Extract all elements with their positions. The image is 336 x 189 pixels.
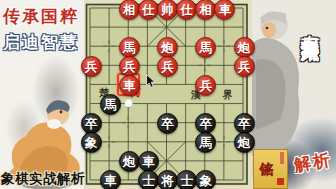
red-piece-車[interactable]: 車 (214, 0, 235, 20)
black-piece-士[interactable]: 士 (138, 170, 159, 189)
red-piece-仕[interactable]: 仕 (176, 0, 197, 20)
red-piece-馬[interactable]: 馬 (119, 37, 140, 58)
black-piece-卒[interactable]: 卒 (157, 113, 178, 134)
black-piece-炮[interactable]: 炮 (234, 132, 255, 153)
red-piece-炮[interactable]: 炮 (234, 37, 255, 58)
red-piece-馬[interactable]: 馬 (195, 37, 216, 58)
banner-seal-stamp (277, 178, 284, 185)
black-piece-象[interactable]: 象 (195, 170, 216, 189)
slogan-line2: 启迪智慧 (3, 31, 83, 54)
red-piece-相[interactable]: 相 (119, 0, 140, 20)
black-piece-車[interactable]: 車 (100, 170, 121, 189)
signature-banner: 侠铭 (253, 149, 288, 189)
video-thumbnail-stage: 楚 河 漢 界 相仕帅仕相車馬炮馬炮兵兵兵兵車兵馬卒卒卒卒象馬炮炮車車士将士象 … (0, 0, 336, 189)
mouse-cursor-icon (146, 74, 157, 89)
red-piece-相[interactable]: 相 (195, 0, 216, 20)
black-piece-象[interactable]: 象 (81, 132, 102, 153)
black-piece-炮[interactable]: 炮 (119, 151, 140, 172)
red-piece-炮[interactable]: 炮 (157, 37, 178, 58)
black-piece-将[interactable]: 将 (157, 170, 178, 189)
slogan-line1: 传承国粹 (3, 5, 83, 28)
red-piece-帅[interactable]: 帅 (157, 0, 178, 20)
red-piece-兵[interactable]: 兵 (81, 56, 102, 77)
black-piece-馬[interactable]: 馬 (100, 94, 121, 115)
red-piece-仕[interactable]: 仕 (138, 0, 159, 20)
red-piece-車[interactable]: 車 (119, 75, 140, 96)
banner-red-mark (280, 152, 284, 164)
black-piece-卒[interactable]: 卒 (234, 113, 255, 134)
red-piece-兵[interactable]: 兵 (157, 56, 178, 77)
red-piece-兵[interactable]: 兵 (234, 56, 255, 77)
black-piece-士[interactable]: 士 (176, 170, 197, 189)
xiangqi-board[interactable]: 楚 河 漢 界 相仕帅仕相車馬炮馬炮兵兵兵兵車兵馬卒卒卒卒象馬炮炮車車士将士象 (84, 0, 252, 189)
series-caption: 象棋实战解析 (1, 170, 85, 188)
left-ink-painting-panel (0, 0, 84, 189)
red-piece-兵[interactable]: 兵 (119, 56, 140, 77)
last-move-dot (125, 100, 132, 107)
black-piece-卒[interactable]: 卒 (81, 113, 102, 134)
episode-title-vertical: 布局套路飛刀 (297, 20, 323, 150)
